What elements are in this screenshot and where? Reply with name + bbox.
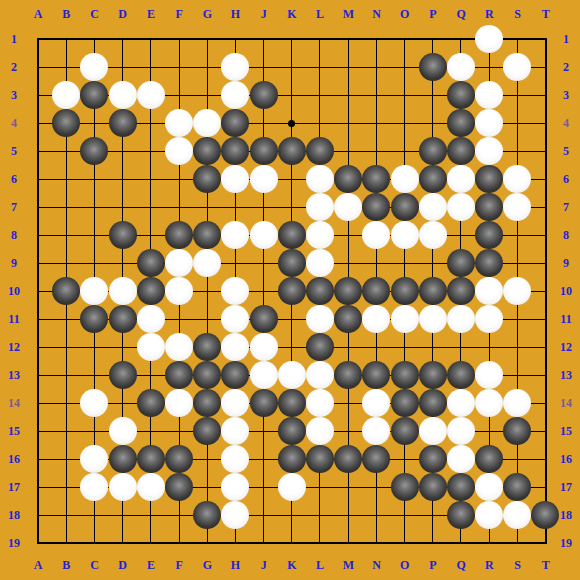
point-P9[interactable] bbox=[419, 249, 447, 277]
point-C18[interactable] bbox=[80, 501, 108, 529]
point-E17[interactable] bbox=[137, 473, 165, 501]
point-M6[interactable] bbox=[334, 165, 362, 193]
point-L9[interactable] bbox=[306, 249, 334, 277]
point-B16[interactable] bbox=[52, 445, 80, 473]
point-M7[interactable] bbox=[334, 193, 362, 221]
point-L6[interactable] bbox=[306, 165, 334, 193]
point-H1[interactable] bbox=[221, 25, 249, 53]
point-T18[interactable] bbox=[531, 501, 559, 529]
point-E1[interactable] bbox=[137, 25, 165, 53]
point-M13[interactable] bbox=[334, 361, 362, 389]
point-B1[interactable] bbox=[52, 25, 80, 53]
point-R19[interactable] bbox=[475, 529, 503, 557]
point-J13[interactable] bbox=[250, 361, 278, 389]
point-O4[interactable] bbox=[390, 109, 418, 137]
point-E18[interactable] bbox=[137, 501, 165, 529]
point-D6[interactable] bbox=[109, 165, 137, 193]
point-K8[interactable] bbox=[278, 221, 306, 249]
point-S16[interactable] bbox=[503, 445, 531, 473]
point-H12[interactable] bbox=[221, 333, 249, 361]
point-F8[interactable] bbox=[165, 221, 193, 249]
point-S10[interactable] bbox=[503, 277, 531, 305]
point-O11[interactable] bbox=[390, 305, 418, 333]
point-H13[interactable] bbox=[221, 361, 249, 389]
point-C17[interactable] bbox=[80, 473, 108, 501]
point-K17[interactable] bbox=[278, 473, 306, 501]
point-O10[interactable] bbox=[390, 277, 418, 305]
point-B4[interactable] bbox=[52, 109, 80, 137]
point-L7[interactable] bbox=[306, 193, 334, 221]
point-J9[interactable] bbox=[250, 249, 278, 277]
point-R10[interactable] bbox=[475, 277, 503, 305]
point-C14[interactable] bbox=[80, 389, 108, 417]
point-P3[interactable] bbox=[419, 81, 447, 109]
point-J14[interactable] bbox=[250, 389, 278, 417]
point-N9[interactable] bbox=[362, 249, 390, 277]
point-T4[interactable] bbox=[531, 109, 559, 137]
point-F2[interactable] bbox=[165, 53, 193, 81]
point-N3[interactable] bbox=[362, 81, 390, 109]
point-K10[interactable] bbox=[278, 277, 306, 305]
point-M8[interactable] bbox=[334, 221, 362, 249]
point-K16[interactable] bbox=[278, 445, 306, 473]
point-S1[interactable] bbox=[503, 25, 531, 53]
point-E6[interactable] bbox=[137, 165, 165, 193]
point-F16[interactable] bbox=[165, 445, 193, 473]
point-E8[interactable] bbox=[137, 221, 165, 249]
point-A16[interactable] bbox=[24, 445, 52, 473]
point-O8[interactable] bbox=[390, 221, 418, 249]
point-A2[interactable] bbox=[24, 53, 52, 81]
point-A5[interactable] bbox=[24, 137, 52, 165]
point-T3[interactable] bbox=[531, 81, 559, 109]
point-S18[interactable] bbox=[503, 501, 531, 529]
point-P8[interactable] bbox=[419, 221, 447, 249]
point-O13[interactable] bbox=[390, 361, 418, 389]
point-Q1[interactable] bbox=[447, 25, 475, 53]
point-T14[interactable] bbox=[531, 389, 559, 417]
point-J12[interactable] bbox=[250, 333, 278, 361]
point-L18[interactable] bbox=[306, 501, 334, 529]
point-T9[interactable] bbox=[531, 249, 559, 277]
point-C4[interactable] bbox=[80, 109, 108, 137]
point-S7[interactable] bbox=[503, 193, 531, 221]
point-J7[interactable] bbox=[250, 193, 278, 221]
point-P12[interactable] bbox=[419, 333, 447, 361]
point-S15[interactable] bbox=[503, 417, 531, 445]
point-L2[interactable] bbox=[306, 53, 334, 81]
point-S9[interactable] bbox=[503, 249, 531, 277]
point-C16[interactable] bbox=[80, 445, 108, 473]
point-P13[interactable] bbox=[419, 361, 447, 389]
point-F3[interactable] bbox=[165, 81, 193, 109]
point-M19[interactable] bbox=[334, 529, 362, 557]
point-F12[interactable] bbox=[165, 333, 193, 361]
point-H10[interactable] bbox=[221, 277, 249, 305]
point-C11[interactable] bbox=[80, 305, 108, 333]
point-J5[interactable] bbox=[250, 137, 278, 165]
point-C19[interactable] bbox=[80, 529, 108, 557]
point-R7[interactable] bbox=[475, 193, 503, 221]
point-F1[interactable] bbox=[165, 25, 193, 53]
point-E7[interactable] bbox=[137, 193, 165, 221]
point-Q5[interactable] bbox=[447, 137, 475, 165]
point-O3[interactable] bbox=[390, 81, 418, 109]
point-R4[interactable] bbox=[475, 109, 503, 137]
point-T12[interactable] bbox=[531, 333, 559, 361]
point-M3[interactable] bbox=[334, 81, 362, 109]
point-Q10[interactable] bbox=[447, 277, 475, 305]
point-D1[interactable] bbox=[109, 25, 137, 53]
point-A1[interactable] bbox=[24, 25, 52, 53]
point-G17[interactable] bbox=[193, 473, 221, 501]
point-M16[interactable] bbox=[334, 445, 362, 473]
point-H15[interactable] bbox=[221, 417, 249, 445]
point-D4[interactable] bbox=[109, 109, 137, 137]
point-O9[interactable] bbox=[390, 249, 418, 277]
point-E3[interactable] bbox=[137, 81, 165, 109]
point-F17[interactable] bbox=[165, 473, 193, 501]
point-G2[interactable] bbox=[193, 53, 221, 81]
point-A7[interactable] bbox=[24, 193, 52, 221]
point-M18[interactable] bbox=[334, 501, 362, 529]
point-S2[interactable] bbox=[503, 53, 531, 81]
point-J6[interactable] bbox=[250, 165, 278, 193]
point-D16[interactable] bbox=[109, 445, 137, 473]
point-H3[interactable] bbox=[221, 81, 249, 109]
point-Q6[interactable] bbox=[447, 165, 475, 193]
point-F11[interactable] bbox=[165, 305, 193, 333]
point-T7[interactable] bbox=[531, 193, 559, 221]
point-L13[interactable] bbox=[306, 361, 334, 389]
point-Q15[interactable] bbox=[447, 417, 475, 445]
point-S6[interactable] bbox=[503, 165, 531, 193]
point-P2[interactable] bbox=[419, 53, 447, 81]
point-F14[interactable] bbox=[165, 389, 193, 417]
point-T6[interactable] bbox=[531, 165, 559, 193]
point-B17[interactable] bbox=[52, 473, 80, 501]
point-B13[interactable] bbox=[52, 361, 80, 389]
point-N11[interactable] bbox=[362, 305, 390, 333]
point-H8[interactable] bbox=[221, 221, 249, 249]
point-H16[interactable] bbox=[221, 445, 249, 473]
point-T17[interactable] bbox=[531, 473, 559, 501]
point-G5[interactable] bbox=[193, 137, 221, 165]
point-A3[interactable] bbox=[24, 81, 52, 109]
point-D15[interactable] bbox=[109, 417, 137, 445]
point-K4[interactable] bbox=[278, 109, 306, 137]
point-B12[interactable] bbox=[52, 333, 80, 361]
point-D13[interactable] bbox=[109, 361, 137, 389]
point-P16[interactable] bbox=[419, 445, 447, 473]
point-G15[interactable] bbox=[193, 417, 221, 445]
point-R14[interactable] bbox=[475, 389, 503, 417]
point-M1[interactable] bbox=[334, 25, 362, 53]
point-T1[interactable] bbox=[531, 25, 559, 53]
point-J4[interactable] bbox=[250, 109, 278, 137]
point-J11[interactable] bbox=[250, 305, 278, 333]
point-S11[interactable] bbox=[503, 305, 531, 333]
point-G14[interactable] bbox=[193, 389, 221, 417]
point-Q19[interactable] bbox=[447, 529, 475, 557]
point-A6[interactable] bbox=[24, 165, 52, 193]
point-N19[interactable] bbox=[362, 529, 390, 557]
point-E16[interactable] bbox=[137, 445, 165, 473]
point-M10[interactable] bbox=[334, 277, 362, 305]
point-R2[interactable] bbox=[475, 53, 503, 81]
point-F5[interactable] bbox=[165, 137, 193, 165]
point-A4[interactable] bbox=[24, 109, 52, 137]
point-M2[interactable] bbox=[334, 53, 362, 81]
point-D17[interactable] bbox=[109, 473, 137, 501]
point-G19[interactable] bbox=[193, 529, 221, 557]
point-D19[interactable] bbox=[109, 529, 137, 557]
point-L16[interactable] bbox=[306, 445, 334, 473]
point-H11[interactable] bbox=[221, 305, 249, 333]
point-K3[interactable] bbox=[278, 81, 306, 109]
point-G10[interactable] bbox=[193, 277, 221, 305]
point-P5[interactable] bbox=[419, 137, 447, 165]
point-S4[interactable] bbox=[503, 109, 531, 137]
point-C7[interactable] bbox=[80, 193, 108, 221]
point-K5[interactable] bbox=[278, 137, 306, 165]
point-R18[interactable] bbox=[475, 501, 503, 529]
point-A18[interactable] bbox=[24, 501, 52, 529]
point-T16[interactable] bbox=[531, 445, 559, 473]
point-A9[interactable] bbox=[24, 249, 52, 277]
point-S19[interactable] bbox=[503, 529, 531, 557]
point-G12[interactable] bbox=[193, 333, 221, 361]
point-Q2[interactable] bbox=[447, 53, 475, 81]
point-H17[interactable] bbox=[221, 473, 249, 501]
point-E4[interactable] bbox=[137, 109, 165, 137]
point-N16[interactable] bbox=[362, 445, 390, 473]
point-O15[interactable] bbox=[390, 417, 418, 445]
point-T5[interactable] bbox=[531, 137, 559, 165]
point-H9[interactable] bbox=[221, 249, 249, 277]
point-O5[interactable] bbox=[390, 137, 418, 165]
point-K12[interactable] bbox=[278, 333, 306, 361]
point-Q13[interactable] bbox=[447, 361, 475, 389]
point-M11[interactable] bbox=[334, 305, 362, 333]
point-K18[interactable] bbox=[278, 501, 306, 529]
point-Q4[interactable] bbox=[447, 109, 475, 137]
point-K2[interactable] bbox=[278, 53, 306, 81]
point-R9[interactable] bbox=[475, 249, 503, 277]
point-P4[interactable] bbox=[419, 109, 447, 137]
point-O12[interactable] bbox=[390, 333, 418, 361]
point-E15[interactable] bbox=[137, 417, 165, 445]
point-S5[interactable] bbox=[503, 137, 531, 165]
point-P18[interactable] bbox=[419, 501, 447, 529]
point-R8[interactable] bbox=[475, 221, 503, 249]
point-C8[interactable] bbox=[80, 221, 108, 249]
point-R5[interactable] bbox=[475, 137, 503, 165]
point-N18[interactable] bbox=[362, 501, 390, 529]
point-F9[interactable] bbox=[165, 249, 193, 277]
point-D5[interactable] bbox=[109, 137, 137, 165]
point-L11[interactable] bbox=[306, 305, 334, 333]
point-S14[interactable] bbox=[503, 389, 531, 417]
point-P15[interactable] bbox=[419, 417, 447, 445]
point-R13[interactable] bbox=[475, 361, 503, 389]
point-O19[interactable] bbox=[390, 529, 418, 557]
point-H4[interactable] bbox=[221, 109, 249, 137]
point-C9[interactable] bbox=[80, 249, 108, 277]
point-T19[interactable] bbox=[531, 529, 559, 557]
point-C5[interactable] bbox=[80, 137, 108, 165]
point-E5[interactable] bbox=[137, 137, 165, 165]
point-O1[interactable] bbox=[390, 25, 418, 53]
point-K15[interactable] bbox=[278, 417, 306, 445]
point-D12[interactable] bbox=[109, 333, 137, 361]
point-P7[interactable] bbox=[419, 193, 447, 221]
point-Q11[interactable] bbox=[447, 305, 475, 333]
point-Q14[interactable] bbox=[447, 389, 475, 417]
point-S17[interactable] bbox=[503, 473, 531, 501]
point-D18[interactable] bbox=[109, 501, 137, 529]
point-J2[interactable] bbox=[250, 53, 278, 81]
point-O18[interactable] bbox=[390, 501, 418, 529]
point-D7[interactable] bbox=[109, 193, 137, 221]
point-P14[interactable] bbox=[419, 389, 447, 417]
point-P10[interactable] bbox=[419, 277, 447, 305]
point-S12[interactable] bbox=[503, 333, 531, 361]
point-K11[interactable] bbox=[278, 305, 306, 333]
point-A19[interactable] bbox=[24, 529, 52, 557]
point-G9[interactable] bbox=[193, 249, 221, 277]
point-R1[interactable] bbox=[475, 25, 503, 53]
point-P19[interactable] bbox=[419, 529, 447, 557]
point-F6[interactable] bbox=[165, 165, 193, 193]
point-J1[interactable] bbox=[250, 25, 278, 53]
point-N6[interactable] bbox=[362, 165, 390, 193]
point-M12[interactable] bbox=[334, 333, 362, 361]
point-N8[interactable] bbox=[362, 221, 390, 249]
point-D3[interactable] bbox=[109, 81, 137, 109]
point-H7[interactable] bbox=[221, 193, 249, 221]
point-L19[interactable] bbox=[306, 529, 334, 557]
point-B10[interactable] bbox=[52, 277, 80, 305]
point-E9[interactable] bbox=[137, 249, 165, 277]
point-D8[interactable] bbox=[109, 221, 137, 249]
point-A14[interactable] bbox=[24, 389, 52, 417]
point-H19[interactable] bbox=[221, 529, 249, 557]
point-R16[interactable] bbox=[475, 445, 503, 473]
point-M4[interactable] bbox=[334, 109, 362, 137]
point-E11[interactable] bbox=[137, 305, 165, 333]
point-Q12[interactable] bbox=[447, 333, 475, 361]
point-G18[interactable] bbox=[193, 501, 221, 529]
point-M9[interactable] bbox=[334, 249, 362, 277]
point-N15[interactable] bbox=[362, 417, 390, 445]
point-K14[interactable] bbox=[278, 389, 306, 417]
point-N7[interactable] bbox=[362, 193, 390, 221]
point-E2[interactable] bbox=[137, 53, 165, 81]
point-S13[interactable] bbox=[503, 361, 531, 389]
point-M17[interactable] bbox=[334, 473, 362, 501]
point-J8[interactable] bbox=[250, 221, 278, 249]
point-A11[interactable] bbox=[24, 305, 52, 333]
point-F4[interactable] bbox=[165, 109, 193, 137]
point-F19[interactable] bbox=[165, 529, 193, 557]
point-T13[interactable] bbox=[531, 361, 559, 389]
point-K6[interactable] bbox=[278, 165, 306, 193]
point-L1[interactable] bbox=[306, 25, 334, 53]
point-J10[interactable] bbox=[250, 277, 278, 305]
point-R15[interactable] bbox=[475, 417, 503, 445]
point-Q16[interactable] bbox=[447, 445, 475, 473]
point-K9[interactable] bbox=[278, 249, 306, 277]
point-L15[interactable] bbox=[306, 417, 334, 445]
point-S3[interactable] bbox=[503, 81, 531, 109]
point-B6[interactable] bbox=[52, 165, 80, 193]
point-O17[interactable] bbox=[390, 473, 418, 501]
point-F7[interactable] bbox=[165, 193, 193, 221]
point-D11[interactable] bbox=[109, 305, 137, 333]
point-G1[interactable] bbox=[193, 25, 221, 53]
point-A15[interactable] bbox=[24, 417, 52, 445]
point-B8[interactable] bbox=[52, 221, 80, 249]
point-C3[interactable] bbox=[80, 81, 108, 109]
point-R6[interactable] bbox=[475, 165, 503, 193]
point-M15[interactable] bbox=[334, 417, 362, 445]
point-Q18[interactable] bbox=[447, 501, 475, 529]
point-Q17[interactable] bbox=[447, 473, 475, 501]
point-G4[interactable] bbox=[193, 109, 221, 137]
point-O14[interactable] bbox=[390, 389, 418, 417]
point-K1[interactable] bbox=[278, 25, 306, 53]
point-H5[interactable] bbox=[221, 137, 249, 165]
point-T15[interactable] bbox=[531, 417, 559, 445]
point-B15[interactable] bbox=[52, 417, 80, 445]
point-E19[interactable] bbox=[137, 529, 165, 557]
point-N13[interactable] bbox=[362, 361, 390, 389]
point-C13[interactable] bbox=[80, 361, 108, 389]
point-B7[interactable] bbox=[52, 193, 80, 221]
point-N14[interactable] bbox=[362, 389, 390, 417]
point-P6[interactable] bbox=[419, 165, 447, 193]
point-N10[interactable] bbox=[362, 277, 390, 305]
point-L4[interactable] bbox=[306, 109, 334, 137]
point-H14[interactable] bbox=[221, 389, 249, 417]
point-C15[interactable] bbox=[80, 417, 108, 445]
point-N17[interactable] bbox=[362, 473, 390, 501]
point-L14[interactable] bbox=[306, 389, 334, 417]
point-F10[interactable] bbox=[165, 277, 193, 305]
point-T10[interactable] bbox=[531, 277, 559, 305]
point-O16[interactable] bbox=[390, 445, 418, 473]
point-E14[interactable] bbox=[137, 389, 165, 417]
point-F13[interactable] bbox=[165, 361, 193, 389]
point-Q7[interactable] bbox=[447, 193, 475, 221]
point-A17[interactable] bbox=[24, 473, 52, 501]
point-C6[interactable] bbox=[80, 165, 108, 193]
point-D2[interactable] bbox=[109, 53, 137, 81]
point-C1[interactable] bbox=[80, 25, 108, 53]
point-C10[interactable] bbox=[80, 277, 108, 305]
point-R17[interactable] bbox=[475, 473, 503, 501]
point-G7[interactable] bbox=[193, 193, 221, 221]
point-D14[interactable] bbox=[109, 389, 137, 417]
point-E12[interactable] bbox=[137, 333, 165, 361]
point-G11[interactable] bbox=[193, 305, 221, 333]
point-A10[interactable] bbox=[24, 277, 52, 305]
point-P17[interactable] bbox=[419, 473, 447, 501]
point-B2[interactable] bbox=[52, 53, 80, 81]
point-P1[interactable] bbox=[419, 25, 447, 53]
point-O2[interactable] bbox=[390, 53, 418, 81]
